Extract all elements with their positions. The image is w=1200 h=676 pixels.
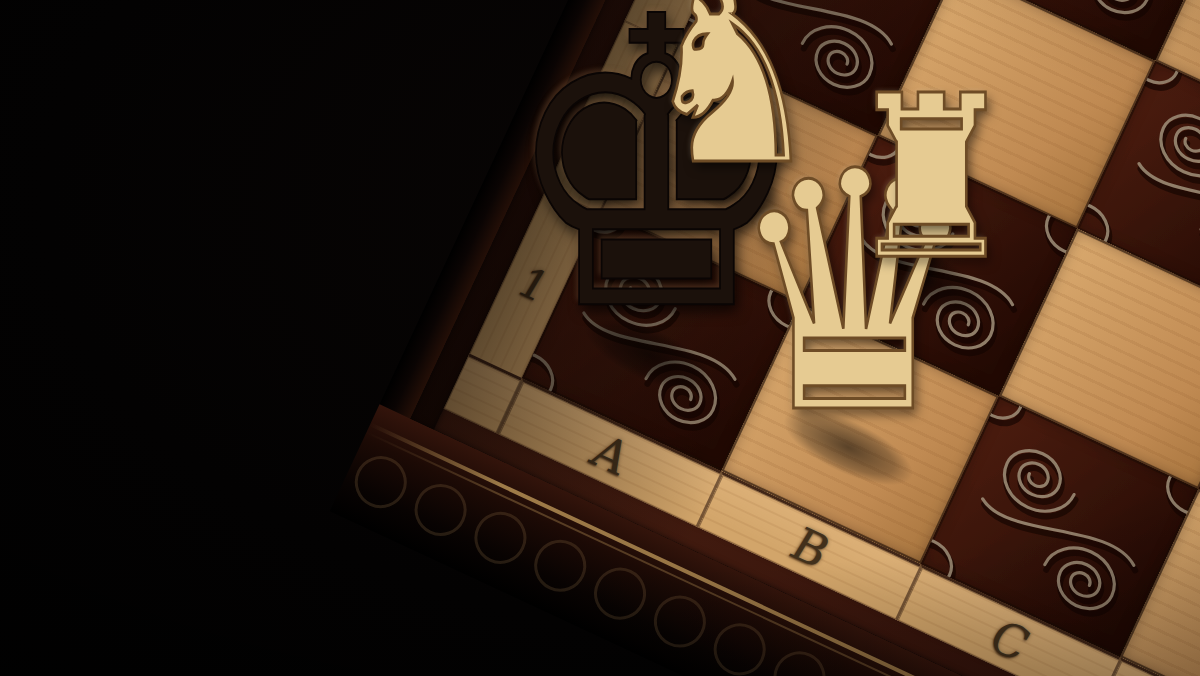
chess-photo-scene: 1ABC♚♛♞♜ bbox=[0, 0, 1200, 676]
white-knight-glyph: ♞ bbox=[640, 0, 825, 197]
carved-scroll bbox=[765, 643, 834, 676]
carved-scroll bbox=[466, 503, 535, 572]
carved-scroll bbox=[586, 559, 655, 628]
carved-scroll bbox=[705, 615, 774, 676]
carved-scroll bbox=[406, 475, 475, 544]
carved-scroll bbox=[645, 587, 714, 656]
carved-scroll bbox=[526, 531, 595, 600]
carved-scroll bbox=[346, 448, 415, 517]
white-rook-glyph: ♜ bbox=[844, 65, 1017, 290]
